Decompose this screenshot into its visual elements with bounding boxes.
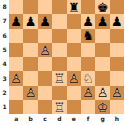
- square-d4[interactable]: [52, 57, 66, 71]
- white-pawn: ♙: [25, 86, 37, 99]
- square-g4[interactable]: [95, 57, 109, 71]
- square-d1[interactable]: ♖: [52, 100, 66, 114]
- black-pawn: ♟: [82, 14, 94, 27]
- square-f4[interactable]: [81, 57, 95, 71]
- square-h6[interactable]: [110, 29, 124, 43]
- square-e5[interactable]: [67, 43, 81, 57]
- black-pawn: ♟: [10, 14, 22, 27]
- square-g3[interactable]: [95, 71, 109, 85]
- square-b3[interactable]: [23, 71, 37, 85]
- black-pawn: ♟: [111, 14, 123, 27]
- square-f3[interactable]: ♘: [81, 71, 95, 85]
- square-a5[interactable]: [9, 43, 23, 57]
- board: ♜♚♟♟♟♟♟♟♞♙♙♖♙♘♙♙♙♙♖♔: [9, 0, 124, 114]
- square-a7[interactable]: ♟: [9, 14, 23, 28]
- square-g1[interactable]: ♔: [95, 100, 109, 114]
- rank-label-2: 2: [0, 86, 9, 100]
- square-h1[interactable]: [110, 100, 124, 114]
- square-d2[interactable]: [52, 86, 66, 100]
- white-rook: ♖: [54, 72, 66, 85]
- square-g2[interactable]: ♙: [95, 86, 109, 100]
- square-d5[interactable]: [52, 43, 66, 57]
- square-c8[interactable]: [38, 0, 52, 14]
- square-f7[interactable]: ♟: [81, 14, 95, 28]
- black-knight: ♞: [82, 29, 94, 42]
- square-a1[interactable]: [9, 100, 23, 114]
- black-rook: ♜: [68, 0, 80, 13]
- file-label-b: b: [23, 114, 37, 124]
- rank-label-5: 5: [0, 43, 9, 57]
- square-e2[interactable]: [67, 86, 81, 100]
- square-c4[interactable]: [38, 57, 52, 71]
- file-label-h: h: [110, 114, 124, 124]
- square-f1[interactable]: [81, 100, 95, 114]
- black-pawn: ♟: [25, 14, 37, 27]
- rank-label-3: 3: [0, 71, 9, 85]
- white-rook: ♖: [54, 100, 66, 113]
- square-g5[interactable]: [95, 43, 109, 57]
- file-labels: abcdefgh: [9, 114, 124, 124]
- square-a8[interactable]: [9, 0, 23, 14]
- white-pawn: ♙: [10, 72, 22, 85]
- corner-spacer: [0, 114, 9, 124]
- square-e7[interactable]: [67, 14, 81, 28]
- rank-label-4: 4: [0, 57, 9, 71]
- square-b7[interactable]: ♟: [23, 14, 37, 28]
- square-c3[interactable]: [38, 71, 52, 85]
- rank-label-1: 1: [0, 100, 9, 114]
- white-pawn: ♙: [68, 72, 80, 85]
- square-h7[interactable]: ♟: [110, 14, 124, 28]
- square-f8[interactable]: [81, 0, 95, 14]
- file-label-f: f: [81, 114, 95, 124]
- square-c7[interactable]: ♟: [38, 14, 52, 28]
- square-d6[interactable]: [52, 29, 66, 43]
- square-h3[interactable]: [110, 71, 124, 85]
- white-pawn: ♙: [82, 86, 94, 99]
- square-d7[interactable]: [52, 14, 66, 28]
- square-c1[interactable]: [38, 100, 52, 114]
- square-e4[interactable]: [67, 57, 81, 71]
- white-pawn: ♙: [97, 86, 109, 99]
- square-c2[interactable]: [38, 86, 52, 100]
- square-b8[interactable]: [23, 0, 37, 14]
- chess-diagram: 87654321 ♜♚♟♟♟♟♟♟♞♙♙♖♙♘♙♙♙♙♖♔ abcdefgh: [0, 0, 125, 125]
- square-g7[interactable]: ♟: [95, 14, 109, 28]
- square-e6[interactable]: [67, 29, 81, 43]
- rank-label-6: 6: [0, 29, 9, 43]
- square-b4[interactable]: [23, 57, 37, 71]
- file-label-c: c: [38, 114, 52, 124]
- white-knight: ♘: [82, 72, 94, 85]
- square-a4[interactable]: [9, 57, 23, 71]
- square-g6[interactable]: [95, 29, 109, 43]
- square-f6[interactable]: ♞: [81, 29, 95, 43]
- square-e3[interactable]: ♙: [67, 71, 81, 85]
- white-pawn: ♙: [39, 43, 51, 56]
- square-b1[interactable]: [23, 100, 37, 114]
- black-pawn: ♟: [97, 14, 109, 27]
- white-pawn: ♙: [111, 86, 123, 99]
- white-king: ♔: [97, 100, 109, 113]
- square-h8[interactable]: [110, 0, 124, 14]
- square-e8[interactable]: ♜: [67, 0, 81, 14]
- square-a3[interactable]: ♙: [9, 71, 23, 85]
- square-c6[interactable]: [38, 29, 52, 43]
- square-b6[interactable]: [23, 29, 37, 43]
- square-h2[interactable]: ♙: [110, 86, 124, 100]
- rank-label-7: 7: [0, 14, 9, 28]
- black-pawn: ♟: [39, 14, 51, 27]
- rank-label-8: 8: [0, 0, 9, 14]
- square-b5[interactable]: [23, 43, 37, 57]
- square-d8[interactable]: [52, 0, 66, 14]
- file-label-g: g: [95, 114, 109, 124]
- square-a2[interactable]: [9, 86, 23, 100]
- rank-labels: 87654321: [0, 0, 9, 114]
- square-e1[interactable]: [67, 100, 81, 114]
- square-h4[interactable]: [110, 57, 124, 71]
- square-c5[interactable]: ♙: [38, 43, 52, 57]
- square-f5[interactable]: [81, 43, 95, 57]
- square-h5[interactable]: [110, 43, 124, 57]
- black-king: ♚: [97, 0, 109, 13]
- square-a6[interactable]: [9, 29, 23, 43]
- square-d3[interactable]: ♖: [52, 71, 66, 85]
- file-label-d: d: [52, 114, 66, 124]
- square-f2[interactable]: ♙: [81, 86, 95, 100]
- square-b2[interactable]: ♙: [23, 86, 37, 100]
- file-label-e: e: [67, 114, 81, 124]
- square-g8[interactable]: ♚: [95, 0, 109, 14]
- file-label-a: a: [9, 114, 23, 124]
